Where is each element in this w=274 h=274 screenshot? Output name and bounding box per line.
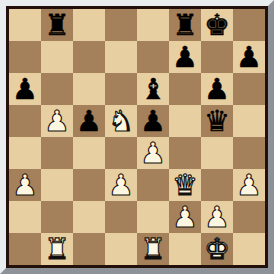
square-h8[interactable] (233, 9, 265, 41)
square-b1[interactable]: ♜ (41, 233, 73, 265)
chess-board[interactable]: ♜♜♚♟♟♟♝♟♟♟♞♟♛♟♟♟♛♟♟♟♜♜♚ (9, 9, 265, 265)
square-a6[interactable]: ♟ (9, 73, 41, 105)
square-e6[interactable]: ♝ (137, 73, 169, 105)
square-g7[interactable] (201, 41, 233, 73)
square-c1[interactable] (73, 233, 105, 265)
square-g2[interactable]: ♟ (201, 201, 233, 233)
square-d2[interactable] (105, 201, 137, 233)
square-d3[interactable]: ♟ (105, 169, 137, 201)
square-d5[interactable]: ♞ (105, 105, 137, 137)
square-d1[interactable] (105, 233, 137, 265)
piece-black-queen[interactable]: ♛ (204, 105, 230, 137)
piece-white-queen[interactable]: ♛ (172, 169, 198, 201)
piece-white-pawn[interactable]: ♟ (236, 169, 262, 201)
square-b3[interactable] (41, 169, 73, 201)
piece-black-king[interactable]: ♚ (204, 9, 230, 41)
square-d4[interactable] (105, 137, 137, 169)
square-h6[interactable] (233, 73, 265, 105)
piece-black-rook[interactable]: ♜ (172, 9, 198, 41)
square-g8[interactable]: ♚ (201, 9, 233, 41)
piece-black-pawn[interactable]: ♟ (204, 73, 230, 105)
piece-white-rook[interactable]: ♜ (44, 233, 70, 265)
square-h1[interactable] (233, 233, 265, 265)
square-e3[interactable] (137, 169, 169, 201)
square-c7[interactable] (73, 41, 105, 73)
piece-black-pawn[interactable]: ♟ (12, 73, 38, 105)
piece-white-knight[interactable]: ♞ (108, 105, 134, 137)
square-b8[interactable]: ♜ (41, 9, 73, 41)
square-h3[interactable]: ♟ (233, 169, 265, 201)
square-e2[interactable] (137, 201, 169, 233)
square-a4[interactable] (9, 137, 41, 169)
square-g3[interactable] (201, 169, 233, 201)
square-g5[interactable]: ♛ (201, 105, 233, 137)
piece-white-rook[interactable]: ♜ (140, 233, 166, 265)
square-g4[interactable] (201, 137, 233, 169)
square-c8[interactable] (73, 9, 105, 41)
square-e8[interactable] (137, 9, 169, 41)
square-g6[interactable]: ♟ (201, 73, 233, 105)
square-e5[interactable]: ♟ (137, 105, 169, 137)
square-a5[interactable] (9, 105, 41, 137)
piece-white-pawn[interactable]: ♟ (108, 169, 134, 201)
square-c6[interactable] (73, 73, 105, 105)
piece-black-pawn[interactable]: ♟ (236, 41, 262, 73)
square-f8[interactable]: ♜ (169, 9, 201, 41)
square-c3[interactable] (73, 169, 105, 201)
square-e1[interactable]: ♜ (137, 233, 169, 265)
piece-black-pawn[interactable]: ♟ (140, 105, 166, 137)
piece-white-pawn[interactable]: ♟ (44, 105, 70, 137)
square-b4[interactable] (41, 137, 73, 169)
square-e4[interactable]: ♟ (137, 137, 169, 169)
square-e7[interactable] (137, 41, 169, 73)
square-a3[interactable]: ♟ (9, 169, 41, 201)
square-a8[interactable] (9, 9, 41, 41)
square-b5[interactable]: ♟ (41, 105, 73, 137)
piece-black-pawn[interactable]: ♟ (76, 105, 102, 137)
board-border-line: ♜♜♚♟♟♟♝♟♟♟♞♟♛♟♟♟♛♟♟♟♜♜♚ (6, 6, 268, 268)
square-f3[interactable]: ♛ (169, 169, 201, 201)
square-f4[interactable] (169, 137, 201, 169)
piece-black-pawn[interactable]: ♟ (172, 41, 198, 73)
square-b2[interactable] (41, 201, 73, 233)
piece-black-rook[interactable]: ♜ (44, 9, 70, 41)
square-c5[interactable]: ♟ (73, 105, 105, 137)
square-a1[interactable] (9, 233, 41, 265)
square-d8[interactable] (105, 9, 137, 41)
square-c4[interactable] (73, 137, 105, 169)
square-c2[interactable] (73, 201, 105, 233)
square-f6[interactable] (169, 73, 201, 105)
piece-white-pawn[interactable]: ♟ (172, 201, 198, 233)
piece-white-pawn[interactable]: ♟ (12, 169, 38, 201)
square-f1[interactable] (169, 233, 201, 265)
piece-white-pawn[interactable]: ♟ (204, 201, 230, 233)
square-b7[interactable] (41, 41, 73, 73)
square-h4[interactable] (233, 137, 265, 169)
piece-white-king[interactable]: ♚ (204, 233, 230, 265)
square-g1[interactable]: ♚ (201, 233, 233, 265)
piece-black-bishop[interactable]: ♝ (140, 73, 166, 105)
square-h5[interactable] (233, 105, 265, 137)
board-frame: ♜♜♚♟♟♟♝♟♟♟♞♟♛♟♟♟♛♟♟♟♜♜♚ (0, 0, 274, 274)
square-b6[interactable] (41, 73, 73, 105)
square-f2[interactable]: ♟ (169, 201, 201, 233)
square-h2[interactable] (233, 201, 265, 233)
square-f5[interactable] (169, 105, 201, 137)
piece-white-pawn[interactable]: ♟ (140, 137, 166, 169)
square-h7[interactable]: ♟ (233, 41, 265, 73)
square-d6[interactable] (105, 73, 137, 105)
square-f7[interactable]: ♟ (169, 41, 201, 73)
square-a2[interactable] (9, 201, 41, 233)
square-d7[interactable] (105, 41, 137, 73)
square-a7[interactable] (9, 41, 41, 73)
